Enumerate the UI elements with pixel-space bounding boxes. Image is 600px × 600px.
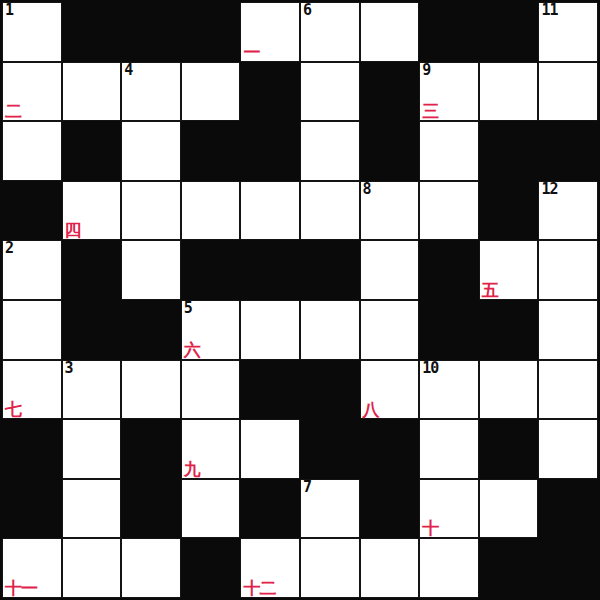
white-cell-r9-c4[interactable]: 十二 — [240, 538, 300, 598]
white-cell-r6-c2[interactable] — [121, 360, 181, 420]
black-cell-r7-c0 — [2, 419, 62, 479]
black-cell-r2-c4 — [240, 121, 300, 181]
white-cell-r6-c9[interactable] — [538, 360, 598, 420]
clue-number: 2 — [5, 241, 13, 257]
black-cell-r2-c3 — [181, 121, 241, 181]
white-cell-r4-c9[interactable] — [538, 240, 598, 300]
white-cell-r6-c0[interactable]: 七 — [2, 360, 62, 420]
black-cell-r9-c9 — [538, 538, 598, 598]
white-cell-r0-c0[interactable]: 1 — [2, 2, 62, 62]
white-cell-r3-c1[interactable]: 四 — [62, 181, 122, 241]
black-cell-r8-c9 — [538, 479, 598, 539]
black-cell-r7-c2 — [121, 419, 181, 479]
red-clue-marker: 一 — [243, 44, 259, 61]
white-cell-r0-c9[interactable]: 11 — [538, 2, 598, 62]
white-cell-r7-c1[interactable] — [62, 419, 122, 479]
clue-number: 8 — [363, 182, 371, 198]
white-cell-r3-c3[interactable] — [181, 181, 241, 241]
white-cell-r1-c1[interactable] — [62, 62, 122, 122]
black-cell-r9-c3 — [181, 538, 241, 598]
white-cell-r3-c9[interactable]: 12 — [538, 181, 598, 241]
red-clue-marker: 六 — [184, 342, 200, 359]
white-cell-r8-c3[interactable] — [181, 479, 241, 539]
white-cell-r2-c7[interactable] — [419, 121, 479, 181]
red-clue-marker: 十 — [422, 520, 438, 537]
clue-number: 5 — [184, 301, 192, 317]
clue-number: 4 — [124, 63, 132, 79]
black-cell-r6-c4 — [240, 360, 300, 420]
black-cell-r7-c8 — [479, 419, 539, 479]
white-cell-r6-c1[interactable]: 3 — [62, 360, 122, 420]
clue-number: 12 — [541, 182, 557, 198]
black-cell-r0-c7 — [419, 2, 479, 62]
white-cell-r3-c5[interactable] — [300, 181, 360, 241]
black-cell-r8-c2 — [121, 479, 181, 539]
clue-number: 11 — [541, 3, 557, 19]
red-clue-marker: 七 — [5, 401, 21, 418]
black-cell-r4-c3 — [181, 240, 241, 300]
white-cell-r6-c6[interactable]: 八 — [360, 360, 420, 420]
red-clue-marker: 九 — [184, 461, 200, 478]
red-clue-marker: 三 — [422, 103, 438, 120]
black-cell-r0-c1 — [62, 2, 122, 62]
white-cell-r9-c5[interactable] — [300, 538, 360, 598]
red-clue-marker: 五 — [482, 282, 498, 299]
white-cell-r3-c6[interactable]: 8 — [360, 181, 420, 241]
white-cell-r5-c0[interactable] — [2, 300, 62, 360]
white-cell-r0-c6[interactable] — [360, 2, 420, 62]
black-cell-r4-c4 — [240, 240, 300, 300]
black-cell-r5-c7 — [419, 300, 479, 360]
black-cell-r7-c6 — [360, 419, 420, 479]
white-cell-r9-c6[interactable] — [360, 538, 420, 598]
white-cell-r1-c0[interactable]: 二 — [2, 62, 62, 122]
white-cell-r4-c6[interactable] — [360, 240, 420, 300]
white-cell-r4-c8[interactable]: 五 — [479, 240, 539, 300]
white-cell-r5-c6[interactable] — [360, 300, 420, 360]
white-cell-r3-c4[interactable] — [240, 181, 300, 241]
white-cell-r7-c4[interactable] — [240, 419, 300, 479]
white-cell-r6-c8[interactable] — [479, 360, 539, 420]
white-cell-r0-c5[interactable]: 6 — [300, 2, 360, 62]
black-cell-r8-c6 — [360, 479, 420, 539]
white-cell-r3-c2[interactable] — [121, 181, 181, 241]
black-cell-r1-c4 — [240, 62, 300, 122]
white-cell-r1-c3[interactable] — [181, 62, 241, 122]
white-cell-r9-c0[interactable]: 十一 — [2, 538, 62, 598]
black-cell-r2-c8 — [479, 121, 539, 181]
red-clue-marker: 二 — [5, 103, 21, 120]
white-cell-r7-c3[interactable]: 九 — [181, 419, 241, 479]
clue-number: 6 — [303, 3, 311, 19]
white-cell-r5-c4[interactable] — [240, 300, 300, 360]
black-cell-r5-c1 — [62, 300, 122, 360]
black-cell-r0-c3 — [181, 2, 241, 62]
black-cell-r5-c8 — [479, 300, 539, 360]
black-cell-r3-c0 — [2, 181, 62, 241]
black-cell-r8-c0 — [2, 479, 62, 539]
black-cell-r5-c2 — [121, 300, 181, 360]
white-cell-r8-c8[interactable] — [479, 479, 539, 539]
black-cell-r0-c2 — [121, 2, 181, 62]
white-cell-r4-c2[interactable] — [121, 240, 181, 300]
black-cell-r3-c8 — [479, 181, 539, 241]
white-cell-r1-c8[interactable] — [479, 62, 539, 122]
black-cell-r0-c8 — [479, 2, 539, 62]
clue-number: 7 — [303, 480, 311, 496]
white-cell-r9-c2[interactable] — [121, 538, 181, 598]
clue-number: 3 — [65, 361, 73, 377]
red-clue-marker: 十二 — [243, 580, 275, 597]
white-cell-r2-c2[interactable] — [121, 121, 181, 181]
white-cell-r4-c0[interactable]: 2 — [2, 240, 62, 300]
white-cell-r8-c7[interactable]: 十 — [419, 479, 479, 539]
white-cell-r7-c9[interactable] — [538, 419, 598, 479]
clue-number: 10 — [422, 361, 438, 377]
white-cell-r8-c1[interactable] — [62, 479, 122, 539]
white-cell-r8-c5[interactable]: 7 — [300, 479, 360, 539]
white-cell-r0-c4[interactable]: 一 — [240, 2, 300, 62]
white-cell-r5-c3[interactable]: 5六 — [181, 300, 241, 360]
red-clue-marker: 十一 — [5, 580, 37, 597]
black-cell-r9-c8 — [479, 538, 539, 598]
black-cell-r4-c5 — [300, 240, 360, 300]
black-cell-r2-c6 — [360, 121, 420, 181]
red-clue-marker: 八 — [363, 401, 379, 418]
white-cell-r2-c5[interactable] — [300, 121, 360, 181]
crossword-board: 1一611二49三四8122五5六七3八10九7十十一十二 — [0, 0, 600, 600]
white-cell-r6-c7[interactable]: 10 — [419, 360, 479, 420]
black-cell-r1-c6 — [360, 62, 420, 122]
white-cell-r1-c7[interactable]: 9三 — [419, 62, 479, 122]
black-cell-r8-c4 — [240, 479, 300, 539]
white-cell-r9-c1[interactable] — [62, 538, 122, 598]
black-cell-r4-c1 — [62, 240, 122, 300]
red-clue-marker: 四 — [65, 222, 81, 239]
black-cell-r6-c5 — [300, 360, 360, 420]
white-cell-r9-c7[interactable] — [419, 538, 479, 598]
white-cell-r1-c2[interactable]: 4 — [121, 62, 181, 122]
black-cell-r2-c9 — [538, 121, 598, 181]
black-cell-r4-c7 — [419, 240, 479, 300]
white-cell-r5-c9[interactable] — [538, 300, 598, 360]
crossword-grid: 1一611二49三四8122五5六七3八10九7十十一十二 — [0, 0, 600, 600]
white-cell-r6-c3[interactable] — [181, 360, 241, 420]
black-cell-r7-c5 — [300, 419, 360, 479]
white-cell-r1-c5[interactable] — [300, 62, 360, 122]
white-cell-r5-c5[interactable] — [300, 300, 360, 360]
clue-number: 1 — [5, 3, 13, 19]
black-cell-r2-c1 — [62, 121, 122, 181]
white-cell-r2-c0[interactable] — [2, 121, 62, 181]
clue-number: 9 — [422, 63, 430, 79]
white-cell-r1-c9[interactable] — [538, 62, 598, 122]
white-cell-r7-c7[interactable] — [419, 419, 479, 479]
white-cell-r3-c7[interactable] — [419, 181, 479, 241]
